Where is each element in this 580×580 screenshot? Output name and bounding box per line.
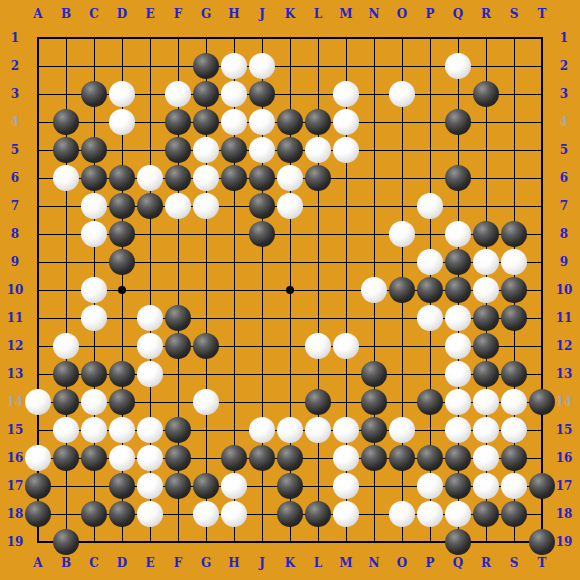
col-label-bottom-D: D (117, 556, 127, 570)
stone-black-O10[interactable] (389, 277, 415, 303)
stone-black-B5[interactable] (53, 137, 79, 163)
stone-white-B15[interactable] (53, 417, 79, 443)
stone-white-E13[interactable] (137, 361, 163, 387)
stone-black-A17[interactable] (25, 473, 51, 499)
stone-black-J7[interactable] (249, 193, 275, 219)
stone-white-F7[interactable] (165, 193, 191, 219)
stone-black-B14[interactable] (53, 389, 79, 415)
col-label-bottom-P: P (425, 556, 434, 570)
stone-black-N14[interactable] (361, 389, 387, 415)
stone-black-O16[interactable] (389, 445, 415, 471)
stone-black-R13[interactable] (473, 361, 499, 387)
stone-white-M4[interactable] (333, 109, 359, 135)
stone-black-B16[interactable] (53, 445, 79, 471)
col-label-top-S: S (510, 7, 519, 21)
row-label-right-17: 17 (556, 479, 573, 493)
col-label-top-A: A (33, 7, 42, 21)
stone-white-H2[interactable] (221, 53, 247, 79)
col-label-bottom-S: S (510, 556, 519, 570)
col-label-bottom-A: A (33, 556, 42, 570)
stone-black-R11[interactable] (473, 305, 499, 331)
col-label-bottom-H: H (228, 556, 239, 570)
stone-black-F5[interactable] (165, 137, 191, 163)
stone-black-B13[interactable] (53, 361, 79, 387)
row-label-left-1: 1 (11, 31, 19, 45)
hoshi-point-K10 (286, 286, 294, 294)
stone-black-L18[interactable] (305, 501, 331, 527)
stone-white-C11[interactable] (81, 305, 107, 331)
stone-white-R10[interactable] (473, 277, 499, 303)
stone-black-H16[interactable] (221, 445, 247, 471)
stone-white-O8[interactable] (389, 221, 415, 247)
stone-white-H4[interactable] (221, 109, 247, 135)
stone-white-J15[interactable] (249, 417, 275, 443)
row-label-right-11: 11 (556, 311, 573, 325)
stone-black-R3[interactable] (473, 81, 499, 107)
stone-black-F15[interactable] (165, 417, 191, 443)
stone-black-F16[interactable] (165, 445, 191, 471)
col-label-bottom-R: R (481, 556, 491, 570)
stone-white-Q12[interactable] (445, 333, 471, 359)
row-label-right-5: 5 (560, 143, 568, 157)
row-label-left-19: 19 (7, 535, 24, 549)
stone-black-T17[interactable] (529, 473, 555, 499)
col-label-bottom-F: F (174, 556, 183, 570)
stone-white-R9[interactable] (473, 249, 499, 275)
col-label-bottom-B: B (61, 556, 71, 570)
stone-black-N16[interactable] (361, 445, 387, 471)
stone-black-S16[interactable] (501, 445, 527, 471)
row-label-right-7: 7 (560, 199, 568, 213)
col-label-bottom-E: E (145, 556, 154, 570)
stone-white-C14[interactable] (81, 389, 107, 415)
row-label-right-18: 18 (556, 507, 573, 521)
stone-black-G17[interactable] (193, 473, 219, 499)
row-label-left-4: 4 (11, 115, 19, 129)
stone-white-E15[interactable] (137, 417, 163, 443)
stone-black-B4[interactable] (53, 109, 79, 135)
stone-white-C15[interactable] (81, 417, 107, 443)
stone-black-S8[interactable] (501, 221, 527, 247)
stone-white-D3[interactable] (109, 81, 135, 107)
stone-white-P11[interactable] (417, 305, 443, 331)
stone-white-M15[interactable] (333, 417, 359, 443)
stone-black-A18[interactable] (25, 501, 51, 527)
stone-black-C13[interactable] (81, 361, 107, 387)
stone-black-G12[interactable] (193, 333, 219, 359)
stone-white-H3[interactable] (221, 81, 247, 107)
stone-black-K18[interactable] (277, 501, 303, 527)
stone-black-F11[interactable] (165, 305, 191, 331)
stone-white-G7[interactable] (193, 193, 219, 219)
row-label-left-5: 5 (11, 143, 19, 157)
stone-white-O18[interactable] (389, 501, 415, 527)
stone-black-Q4[interactable] (445, 109, 471, 135)
stone-black-G2[interactable] (193, 53, 219, 79)
stone-white-Q15[interactable] (445, 417, 471, 443)
stone-black-H5[interactable] (221, 137, 247, 163)
row-label-right-19: 19 (556, 535, 573, 549)
grid-vline (541, 37, 543, 543)
stone-white-F3[interactable] (165, 81, 191, 107)
col-label-top-K: K (285, 7, 295, 21)
stone-white-Q13[interactable] (445, 361, 471, 387)
stone-white-O3[interactable] (389, 81, 415, 107)
stone-white-M12[interactable] (333, 333, 359, 359)
stone-black-L14[interactable] (305, 389, 331, 415)
stone-black-G4[interactable] (193, 109, 219, 135)
stone-black-D18[interactable] (109, 501, 135, 527)
row-label-right-12: 12 (556, 339, 573, 353)
stone-black-F12[interactable] (165, 333, 191, 359)
stone-white-Q8[interactable] (445, 221, 471, 247)
stone-white-C7[interactable] (81, 193, 107, 219)
stone-black-Q16[interactable] (445, 445, 471, 471)
stone-white-G18[interactable] (193, 501, 219, 527)
row-label-left-14: 14 (7, 395, 24, 409)
stone-black-C16[interactable] (81, 445, 107, 471)
stone-black-K16[interactable] (277, 445, 303, 471)
stone-black-N13[interactable] (361, 361, 387, 387)
stone-white-Q11[interactable] (445, 305, 471, 331)
stone-white-O15[interactable] (389, 417, 415, 443)
stone-white-Q14[interactable] (445, 389, 471, 415)
stone-white-Q2[interactable] (445, 53, 471, 79)
col-label-top-Q: Q (453, 7, 463, 21)
stone-white-R15[interactable] (473, 417, 499, 443)
stone-black-D17[interactable] (109, 473, 135, 499)
stone-white-E17[interactable] (137, 473, 163, 499)
row-label-left-18: 18 (7, 507, 24, 521)
stone-white-S17[interactable] (501, 473, 527, 499)
row-label-right-9: 9 (560, 255, 568, 269)
row-label-right-3: 3 (560, 87, 568, 101)
stone-black-B19[interactable] (53, 529, 79, 555)
stone-black-S10[interactable] (501, 277, 527, 303)
stone-black-E7[interactable] (137, 193, 163, 219)
row-label-left-8: 8 (11, 227, 19, 241)
col-label-top-P: P (425, 7, 434, 21)
stone-white-R16[interactable] (473, 445, 499, 471)
stone-black-D6[interactable] (109, 165, 135, 191)
row-label-left-3: 3 (11, 87, 19, 101)
stone-black-S18[interactable] (501, 501, 527, 527)
stone-black-F6[interactable] (165, 165, 191, 191)
col-label-bottom-O: O (397, 556, 407, 570)
stone-black-K17[interactable] (277, 473, 303, 499)
stone-white-P17[interactable] (417, 473, 443, 499)
stone-white-D16[interactable] (109, 445, 135, 471)
stone-black-L4[interactable] (305, 109, 331, 135)
stone-white-J5[interactable] (249, 137, 275, 163)
stone-white-K6[interactable] (277, 165, 303, 191)
stone-black-N15[interactable] (361, 417, 387, 443)
stone-white-G5[interactable] (193, 137, 219, 163)
col-label-bottom-M: M (339, 556, 352, 570)
stone-white-B12[interactable] (53, 333, 79, 359)
col-label-bottom-T: T (538, 556, 547, 570)
row-label-left-9: 9 (11, 255, 19, 269)
stone-black-S11[interactable] (501, 305, 527, 331)
col-label-top-J: J (259, 7, 265, 21)
row-label-left-6: 6 (11, 171, 19, 185)
stone-black-D7[interactable] (109, 193, 135, 219)
row-label-right-1: 1 (560, 31, 568, 45)
stone-white-K15[interactable] (277, 417, 303, 443)
stone-white-G6[interactable] (193, 165, 219, 191)
row-label-left-11: 11 (7, 311, 24, 325)
col-label-top-T: T (538, 7, 547, 21)
stone-black-D8[interactable] (109, 221, 135, 247)
col-label-top-L: L (314, 7, 322, 21)
stone-black-Q6[interactable] (445, 165, 471, 191)
row-label-left-7: 7 (11, 199, 19, 213)
col-label-bottom-C: C (89, 556, 99, 570)
stone-white-E11[interactable] (137, 305, 163, 331)
stone-black-J16[interactable] (249, 445, 275, 471)
stone-black-R8[interactable] (473, 221, 499, 247)
col-label-bottom-N: N (369, 556, 380, 570)
row-label-right-15: 15 (556, 423, 573, 437)
stone-white-L5[interactable] (305, 137, 331, 163)
stone-white-E6[interactable] (137, 165, 163, 191)
stone-white-Q18[interactable] (445, 501, 471, 527)
row-label-left-16: 16 (7, 451, 24, 465)
col-label-top-H: H (228, 7, 239, 21)
stone-white-C8[interactable] (81, 221, 107, 247)
col-label-top-R: R (481, 7, 491, 21)
col-label-top-M: M (339, 7, 352, 21)
stone-white-A16[interactable] (25, 445, 51, 471)
row-label-left-15: 15 (7, 423, 24, 437)
stone-white-N10[interactable] (361, 277, 387, 303)
stone-white-M16[interactable] (333, 445, 359, 471)
row-label-left-13: 13 (7, 367, 24, 381)
col-label-bottom-J: J (259, 556, 265, 570)
stone-black-K5[interactable] (277, 137, 303, 163)
stone-black-D9[interactable] (109, 249, 135, 275)
stone-white-D15[interactable] (109, 417, 135, 443)
stone-black-G3[interactable] (193, 81, 219, 107)
row-label-right-14: 14 (556, 395, 573, 409)
stone-white-J4[interactable] (249, 109, 275, 135)
row-label-left-10: 10 (7, 283, 24, 297)
col-label-top-E: E (145, 7, 154, 21)
row-label-left-2: 2 (11, 59, 19, 73)
row-label-right-10: 10 (556, 283, 573, 297)
col-label-top-N: N (369, 7, 380, 21)
stone-white-C10[interactable] (81, 277, 107, 303)
stone-black-C5[interactable] (81, 137, 107, 163)
stone-white-E16[interactable] (137, 445, 163, 471)
stone-white-P9[interactable] (417, 249, 443, 275)
stone-black-F4[interactable] (165, 109, 191, 135)
stone-white-S15[interactable] (501, 417, 527, 443)
stone-white-L12[interactable] (305, 333, 331, 359)
stone-white-H18[interactable] (221, 501, 247, 527)
stone-white-K7[interactable] (277, 193, 303, 219)
stone-black-F17[interactable] (165, 473, 191, 499)
col-label-top-B: B (61, 7, 71, 21)
stone-white-H17[interactable] (221, 473, 247, 499)
stone-black-Q19[interactable] (445, 529, 471, 555)
stone-black-D14[interactable] (109, 389, 135, 415)
row-label-right-6: 6 (560, 171, 568, 185)
row-label-right-4: 4 (560, 115, 568, 129)
stone-black-Q10[interactable] (445, 277, 471, 303)
go-board[interactable]: ABCDEFGHJKLMNOPQRST ABCDEFGHJKLMNOPQRST … (0, 0, 580, 580)
stone-white-P7[interactable] (417, 193, 443, 219)
stone-black-R12[interactable] (473, 333, 499, 359)
row-label-right-2: 2 (560, 59, 568, 73)
stone-black-D13[interactable] (109, 361, 135, 387)
stone-white-G14[interactable] (193, 389, 219, 415)
col-label-top-G: G (201, 7, 211, 21)
stone-white-M18[interactable] (333, 501, 359, 527)
stone-white-E12[interactable] (137, 333, 163, 359)
col-label-top-O: O (397, 7, 407, 21)
stone-black-J3[interactable] (249, 81, 275, 107)
stone-black-Q9[interactable] (445, 249, 471, 275)
row-label-right-13: 13 (556, 367, 573, 381)
stone-black-C6[interactable] (81, 165, 107, 191)
stone-black-L6[interactable] (305, 165, 331, 191)
stone-white-A14[interactable] (25, 389, 51, 415)
stone-black-J8[interactable] (249, 221, 275, 247)
row-label-left-17: 17 (7, 479, 24, 493)
hoshi-point-D10 (118, 286, 126, 294)
stone-white-R14[interactable] (473, 389, 499, 415)
stone-white-M17[interactable] (333, 473, 359, 499)
stone-black-C18[interactable] (81, 501, 107, 527)
stone-black-S13[interactable] (501, 361, 527, 387)
stone-white-S14[interactable] (501, 389, 527, 415)
stone-black-T14[interactable] (529, 389, 555, 415)
stone-black-J6[interactable] (249, 165, 275, 191)
col-label-bottom-G: G (201, 556, 211, 570)
stone-black-T19[interactable] (529, 529, 555, 555)
stone-white-R17[interactable] (473, 473, 499, 499)
col-label-bottom-K: K (285, 556, 295, 570)
row-label-right-16: 16 (556, 451, 573, 465)
col-label-bottom-L: L (314, 556, 322, 570)
stone-white-E18[interactable] (137, 501, 163, 527)
stone-white-J2[interactable] (249, 53, 275, 79)
col-label-top-D: D (117, 7, 127, 21)
go-app-background: ABCDEFGHJKLMNOPQRST ABCDEFGHJKLMNOPQRST … (0, 0, 580, 580)
col-label-bottom-Q: Q (453, 556, 463, 570)
stone-black-H6[interactable] (221, 165, 247, 191)
stone-black-P14[interactable] (417, 389, 443, 415)
col-label-top-F: F (174, 7, 183, 21)
stone-white-M3[interactable] (333, 81, 359, 107)
stone-white-L15[interactable] (305, 417, 331, 443)
stone-black-K4[interactable] (277, 109, 303, 135)
stone-white-M5[interactable] (333, 137, 359, 163)
stone-white-P18[interactable] (417, 501, 443, 527)
stone-black-Q17[interactable] (445, 473, 471, 499)
col-label-top-C: C (89, 7, 99, 21)
stone-black-P16[interactable] (417, 445, 443, 471)
stone-white-D4[interactable] (109, 109, 135, 135)
stone-black-P10[interactable] (417, 277, 443, 303)
stone-white-S9[interactable] (501, 249, 527, 275)
stone-black-C3[interactable] (81, 81, 107, 107)
row-label-right-8: 8 (560, 227, 568, 241)
stone-black-R18[interactable] (473, 501, 499, 527)
row-label-left-12: 12 (7, 339, 24, 353)
stone-white-B6[interactable] (53, 165, 79, 191)
